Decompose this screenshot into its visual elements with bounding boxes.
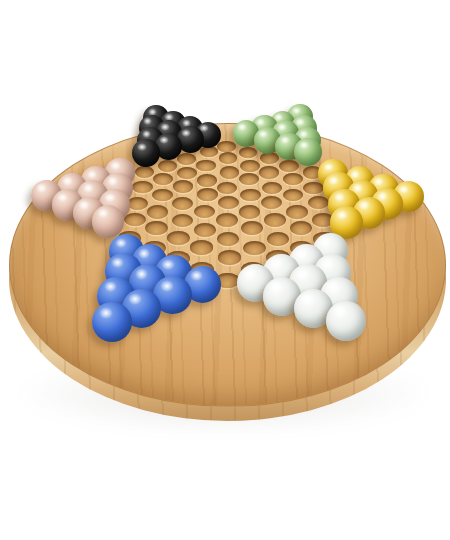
hole[interactable]	[218, 196, 239, 209]
marble-shine	[296, 268, 309, 279]
marble-shine	[62, 176, 73, 185]
hole[interactable]	[217, 232, 240, 246]
marble-shine	[115, 238, 128, 248]
hole[interactable]	[261, 196, 282, 209]
marble-shine	[373, 177, 384, 186]
marble-shine	[159, 136, 169, 144]
hole[interactable]	[279, 160, 298, 172]
hole[interactable]	[124, 213, 146, 227]
marble-shine	[326, 281, 340, 292]
marble-shine	[277, 123, 287, 131]
marble-shine	[135, 268, 148, 279]
hole[interactable]	[216, 213, 238, 227]
hole[interactable]	[197, 188, 218, 201]
hole[interactable]	[172, 197, 193, 210]
marble-shine	[300, 293, 314, 305]
marble-shine	[358, 200, 370, 210]
hole[interactable]	[240, 189, 261, 202]
hole[interactable]	[197, 174, 217, 186]
marble-blue[interactable]	[92, 302, 132, 342]
hole[interactable]	[283, 173, 303, 185]
marble-shine	[104, 193, 115, 202]
marble-shine	[334, 192, 345, 201]
hole[interactable]	[286, 205, 307, 218]
hole[interactable]	[283, 189, 304, 202]
marble-shine	[83, 183, 94, 192]
marble-shine	[336, 210, 348, 220]
hole[interactable]	[259, 166, 279, 178]
hole[interactable]	[177, 167, 197, 179]
hole[interactable]	[135, 166, 155, 178]
marble-shine	[128, 293, 142, 305]
hole[interactable]	[145, 221, 167, 235]
marble-shine	[256, 118, 265, 126]
marble-shine	[328, 176, 339, 185]
hole[interactable]	[264, 213, 286, 227]
marble-shine	[111, 257, 124, 268]
chinese-checkers-board-photo	[0, 0, 450, 540]
hole[interactable]	[190, 240, 213, 254]
marble-shine	[138, 248, 151, 259]
marble-shine	[57, 193, 68, 202]
hole[interactable]	[240, 160, 259, 172]
hole[interactable]	[173, 180, 193, 193]
marble-shine	[161, 259, 174, 270]
marble-shine	[97, 208, 109, 218]
marble-white[interactable]	[326, 301, 366, 341]
hole[interactable]	[217, 141, 235, 152]
marble-shine	[181, 129, 191, 137]
hole[interactable]	[217, 182, 237, 195]
marble-shine	[142, 130, 152, 138]
marble-shine	[295, 248, 308, 259]
marble-green[interactable]	[294, 138, 322, 166]
marble-shine	[87, 170, 98, 179]
hole[interactable]	[219, 152, 238, 164]
marble-shine	[258, 130, 268, 138]
marble-shine	[398, 185, 409, 194]
hole[interactable]	[147, 205, 168, 218]
hole[interactable]	[243, 241, 266, 255]
hole[interactable]	[290, 221, 312, 235]
hole[interactable]	[267, 232, 290, 246]
marble-shine	[243, 268, 256, 279]
marble-shine	[99, 307, 113, 319]
marble-shine	[321, 258, 334, 269]
marble-shine	[269, 281, 283, 292]
marble-shine	[143, 117, 152, 125]
hole[interactable]	[220, 166, 240, 178]
marble-shine	[280, 136, 290, 144]
marble-shine	[292, 107, 301, 115]
hole[interactable]	[153, 173, 173, 185]
marble-pink[interactable]	[92, 205, 125, 238]
piece-layer	[0, 0, 450, 540]
marble-shine	[110, 161, 121, 170]
marble-shine	[237, 123, 247, 131]
marble-shine	[270, 258, 283, 269]
hole[interactable]	[167, 231, 190, 245]
marble-shine	[160, 280, 174, 291]
hole[interactable]	[196, 160, 215, 172]
marble-shine	[299, 141, 309, 149]
hole[interactable]	[239, 147, 258, 158]
marble-shine	[350, 170, 361, 179]
marble-shine	[104, 281, 118, 292]
hole[interactable]	[239, 205, 260, 218]
marble-shine	[137, 143, 147, 151]
marble-shine	[319, 236, 332, 246]
marble-shine	[323, 163, 334, 172]
hole[interactable]	[152, 189, 173, 202]
hole[interactable]	[308, 196, 329, 209]
marble-shine	[160, 123, 170, 131]
hole[interactable]	[172, 214, 194, 228]
marble-black[interactable]	[132, 139, 160, 167]
hole[interactable]	[177, 153, 196, 165]
hole[interactable]	[132, 181, 152, 194]
marble-shine	[36, 183, 47, 192]
hole[interactable]	[158, 160, 177, 172]
marble-shine	[107, 176, 118, 185]
hole[interactable]	[194, 223, 216, 237]
hole[interactable]	[194, 205, 215, 218]
marble-shine	[333, 305, 347, 317]
hole[interactable]	[218, 250, 242, 265]
hole[interactable]	[262, 182, 282, 195]
hole[interactable]	[241, 221, 263, 235]
marble-shine	[78, 200, 90, 210]
hole[interactable]	[239, 173, 259, 185]
marble-shine	[190, 270, 203, 281]
